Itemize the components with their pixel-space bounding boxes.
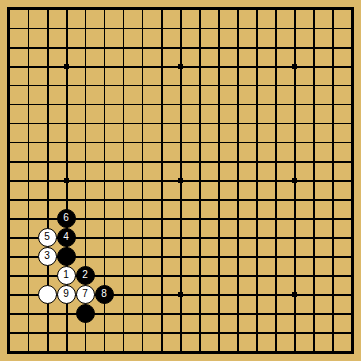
stone-black-setup [57, 247, 76, 266]
stone-white-move-7: 7 [76, 285, 95, 304]
move-number-label: 6 [63, 213, 69, 223]
stone-black-move-2: 2 [76, 266, 95, 285]
stone-white-move-5: 5 [38, 228, 57, 247]
stones-layer: 654312978 [0, 0, 361, 361]
move-number-label: 2 [82, 270, 88, 280]
move-number-label: 8 [101, 289, 107, 299]
move-number-label: 7 [82, 289, 88, 299]
stone-white-move-9: 9 [57, 285, 76, 304]
stone-white-move-1: 1 [57, 266, 76, 285]
move-number-label: 4 [63, 232, 69, 242]
move-number-label: 5 [44, 232, 50, 242]
stone-black-setup [76, 304, 95, 323]
stone-white-setup [38, 285, 57, 304]
move-number-label: 9 [63, 289, 69, 299]
stone-black-move-6: 6 [57, 209, 76, 228]
stone-black-move-8: 8 [95, 285, 114, 304]
move-number-label: 1 [63, 270, 69, 280]
stone-black-move-4: 4 [57, 228, 76, 247]
stone-white-move-3: 3 [38, 247, 57, 266]
move-number-label: 3 [44, 251, 50, 261]
go-board[interactable]: 654312978 [0, 0, 361, 361]
